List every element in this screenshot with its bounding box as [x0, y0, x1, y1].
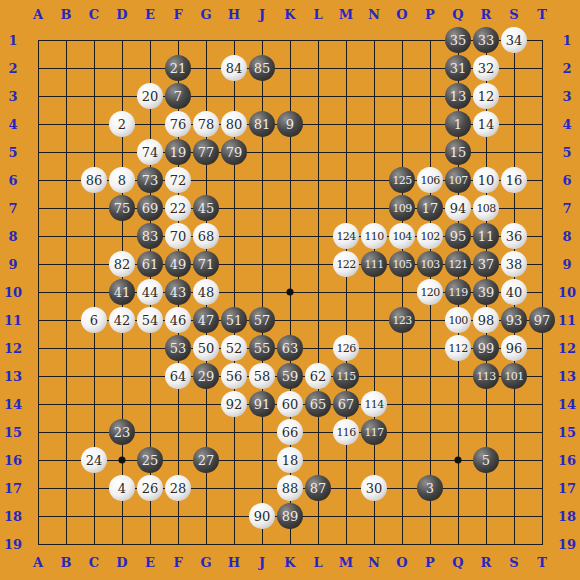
- stone-black-81: 81: [249, 111, 275, 137]
- move-number: 76: [170, 118, 187, 131]
- row-label-left: 12: [4, 342, 22, 355]
- stone-black-73: 73: [137, 167, 163, 193]
- grid-line-vertical: [318, 40, 319, 545]
- move-number: 77: [198, 146, 215, 159]
- move-number: 68: [198, 230, 215, 243]
- move-number: 89: [282, 510, 299, 523]
- grid-line-horizontal: [38, 544, 543, 545]
- move-number: 44: [142, 286, 159, 299]
- move-number: 107: [448, 175, 467, 186]
- star-point-d16: [119, 457, 126, 464]
- column-label-top: E: [145, 8, 155, 21]
- move-number: 6: [90, 314, 98, 327]
- stone-black-21: 21: [165, 55, 191, 81]
- move-number: 20: [142, 90, 159, 103]
- row-label-right: 13: [558, 370, 576, 383]
- move-number: 46: [170, 314, 187, 327]
- column-label-bottom: F: [173, 556, 182, 569]
- column-label-top: N: [368, 8, 380, 21]
- move-number: 86: [86, 174, 103, 187]
- stone-white-86: 86: [81, 167, 107, 193]
- stone-white-120: 120: [417, 279, 443, 305]
- stone-black-67: 67: [333, 391, 359, 417]
- stone-white-90: 90: [249, 503, 275, 529]
- move-number: 94: [450, 202, 467, 215]
- row-label-left: 11: [4, 314, 22, 327]
- column-label-bottom: M: [339, 556, 353, 569]
- column-label-top: M: [339, 8, 353, 21]
- stone-white-56: 56: [221, 363, 247, 389]
- grid-line-vertical: [374, 40, 375, 545]
- move-number: 56: [226, 370, 243, 383]
- stone-black-125: 125: [389, 167, 415, 193]
- move-number: 65: [310, 398, 327, 411]
- move-number: 73: [142, 174, 159, 187]
- stone-white-68: 68: [193, 223, 219, 249]
- column-label-bottom: B: [61, 556, 72, 569]
- stone-black-71: 71: [193, 251, 219, 277]
- row-label-left: 16: [4, 454, 22, 467]
- stone-black-65: 65: [305, 391, 331, 417]
- move-number: 32: [478, 62, 495, 75]
- stone-white-28: 28: [165, 475, 191, 501]
- stone-black-105: 105: [389, 251, 415, 277]
- stone-white-32: 32: [473, 55, 499, 81]
- stone-white-124: 124: [333, 223, 359, 249]
- stone-black-13: 13: [445, 83, 471, 109]
- stone-white-70: 70: [165, 223, 191, 249]
- stone-black-1: 1: [445, 111, 471, 137]
- move-number: 29: [198, 370, 215, 383]
- stone-white-76: 76: [165, 111, 191, 137]
- move-number: 90: [254, 510, 271, 523]
- row-label-left: 4: [8, 118, 17, 131]
- move-number: 96: [506, 342, 523, 355]
- row-label-right: 5: [562, 146, 571, 159]
- stone-black-29: 29: [193, 363, 219, 389]
- move-number: 12: [478, 90, 495, 103]
- column-label-top: O: [396, 8, 407, 21]
- row-label-left: 5: [8, 146, 17, 159]
- move-number: 30: [366, 482, 383, 495]
- row-label-left: 19: [4, 538, 22, 551]
- column-label-top: H: [228, 8, 240, 21]
- stone-black-43: 43: [165, 279, 191, 305]
- stone-black-51: 51: [221, 307, 247, 333]
- move-number: 84: [226, 62, 243, 75]
- column-label-top: C: [89, 8, 99, 21]
- stone-white-30: 30: [361, 475, 387, 501]
- stone-black-117: 117: [361, 419, 387, 445]
- star-point-k10: [287, 289, 294, 296]
- move-number: 95: [450, 230, 467, 243]
- stone-white-46: 46: [165, 307, 191, 333]
- column-label-top: F: [173, 8, 182, 21]
- move-number: 36: [506, 230, 523, 243]
- row-label-left: 14: [4, 398, 22, 411]
- move-number: 38: [506, 258, 523, 271]
- move-number: 31: [450, 62, 467, 75]
- stone-white-60: 60: [277, 391, 303, 417]
- move-number: 14: [478, 118, 495, 131]
- move-number: 60: [282, 398, 299, 411]
- column-label-top: L: [313, 8, 322, 21]
- stone-black-59: 59: [277, 363, 303, 389]
- move-number: 122: [336, 259, 355, 270]
- move-number: 1: [454, 118, 462, 131]
- move-number: 37: [478, 258, 495, 271]
- stone-black-75: 75: [109, 195, 135, 221]
- row-label-left: 9: [8, 258, 17, 271]
- stone-white-8: 8: [109, 167, 135, 193]
- row-label-right: 19: [558, 538, 576, 551]
- move-number: 115: [336, 371, 355, 382]
- move-number: 66: [282, 426, 299, 439]
- move-number: 43: [170, 286, 187, 299]
- column-label-top: S: [509, 8, 518, 21]
- move-number: 75: [114, 202, 131, 215]
- move-number: 47: [198, 314, 215, 327]
- move-number: 109: [392, 203, 411, 214]
- move-number: 79: [226, 146, 243, 159]
- move-number: 10: [478, 174, 495, 187]
- move-number: 91: [254, 398, 271, 411]
- row-label-right: 7: [562, 202, 571, 215]
- move-number: 106: [420, 175, 439, 186]
- stone-white-102: 102: [417, 223, 443, 249]
- stone-white-114: 114: [361, 391, 387, 417]
- stone-white-20: 20: [137, 83, 163, 109]
- move-number: 85: [254, 62, 271, 75]
- move-number: 13: [450, 90, 467, 103]
- stone-white-14: 14: [473, 111, 499, 137]
- move-number: 97: [534, 314, 551, 327]
- row-label-left: 13: [4, 370, 22, 383]
- move-number: 69: [142, 202, 159, 215]
- stone-white-12: 12: [473, 83, 499, 109]
- stone-white-126: 126: [333, 335, 359, 361]
- column-label-bottom: E: [145, 556, 155, 569]
- stone-white-16: 16: [501, 167, 527, 193]
- row-label-right: 10: [558, 286, 576, 299]
- stone-black-19: 19: [165, 139, 191, 165]
- move-number: 17: [422, 202, 439, 215]
- stone-white-6: 6: [81, 307, 107, 333]
- column-label-top: J: [259, 8, 265, 21]
- stone-white-116: 116: [333, 419, 359, 445]
- stone-white-78: 78: [193, 111, 219, 137]
- stone-black-109: 109: [389, 195, 415, 221]
- row-label-right: 6: [562, 174, 571, 187]
- move-number: 88: [282, 482, 299, 495]
- row-label-left: 6: [8, 174, 17, 187]
- row-label-left: 7: [8, 202, 17, 215]
- stone-black-83: 83: [137, 223, 163, 249]
- stone-white-72: 72: [165, 167, 191, 193]
- stone-white-50: 50: [193, 335, 219, 361]
- stone-black-87: 87: [305, 475, 331, 501]
- stone-white-82: 82: [109, 251, 135, 277]
- stone-black-15: 15: [445, 139, 471, 165]
- column-label-bottom: N: [368, 556, 380, 569]
- move-number: 33: [478, 34, 495, 47]
- row-label-right: 16: [558, 454, 576, 467]
- row-label-left: 8: [8, 230, 17, 243]
- move-number: 92: [226, 398, 243, 411]
- stone-white-36: 36: [501, 223, 527, 249]
- row-label-left: 17: [4, 482, 22, 495]
- stone-black-35: 35: [445, 27, 471, 53]
- row-label-right: 12: [558, 342, 576, 355]
- stone-white-22: 22: [165, 195, 191, 221]
- move-number: 110: [364, 231, 383, 242]
- column-label-bottom: H: [228, 556, 240, 569]
- stone-white-62: 62: [305, 363, 331, 389]
- move-number: 63: [282, 342, 299, 355]
- move-number: 58: [254, 370, 271, 383]
- move-number: 26: [142, 482, 159, 495]
- stone-black-113: 113: [473, 363, 499, 389]
- move-number: 87: [310, 482, 327, 495]
- move-number: 70: [170, 230, 187, 243]
- stone-white-94: 94: [445, 195, 471, 221]
- stone-black-23: 23: [109, 419, 135, 445]
- stone-black-55: 55: [249, 335, 275, 361]
- stone-black-85: 85: [249, 55, 275, 81]
- stone-black-123: 123: [389, 307, 415, 333]
- move-number: 28: [170, 482, 187, 495]
- column-label-top: Q: [452, 8, 463, 21]
- row-label-left: 15: [4, 426, 22, 439]
- stone-black-101: 101: [501, 363, 527, 389]
- move-number: 19: [170, 146, 187, 159]
- stone-black-63: 63: [277, 335, 303, 361]
- move-number: 125: [392, 175, 411, 186]
- stone-black-41: 41: [109, 279, 135, 305]
- move-number: 64: [170, 370, 187, 383]
- stone-black-115: 115: [333, 363, 359, 389]
- stone-black-79: 79: [221, 139, 247, 165]
- row-label-left: 1: [8, 34, 17, 47]
- row-label-left: 18: [4, 510, 22, 523]
- stone-white-24: 24: [81, 447, 107, 473]
- grid-line-vertical: [346, 40, 347, 545]
- column-label-top: R: [481, 8, 492, 21]
- move-number: 121: [448, 259, 467, 270]
- stone-white-84: 84: [221, 55, 247, 81]
- move-number: 59: [282, 370, 299, 383]
- stone-black-11: 11: [473, 223, 499, 249]
- move-number: 16: [506, 174, 523, 187]
- move-number: 111: [364, 259, 383, 270]
- move-number: 22: [170, 202, 187, 215]
- move-number: 101: [504, 371, 523, 382]
- stone-white-64: 64: [165, 363, 191, 389]
- column-label-top: B: [61, 8, 72, 21]
- stone-black-91: 91: [249, 391, 275, 417]
- stone-black-121: 121: [445, 251, 471, 277]
- column-label-top: K: [284, 8, 295, 21]
- stone-black-3: 3: [417, 475, 443, 501]
- move-number: 108: [476, 203, 495, 214]
- row-label-right: 8: [562, 230, 571, 243]
- row-label-right: 11: [558, 314, 576, 327]
- stone-white-110: 110: [361, 223, 387, 249]
- move-number: 78: [198, 118, 215, 131]
- move-number: 113: [476, 371, 495, 382]
- stone-black-27: 27: [193, 447, 219, 473]
- move-number: 49: [170, 258, 187, 271]
- move-number: 98: [478, 314, 495, 327]
- stone-black-45: 45: [193, 195, 219, 221]
- move-number: 34: [506, 34, 523, 47]
- move-number: 8: [118, 174, 126, 187]
- grid-line-vertical: [402, 40, 403, 545]
- stone-black-33: 33: [473, 27, 499, 53]
- move-number: 15: [450, 146, 467, 159]
- stone-black-49: 49: [165, 251, 191, 277]
- move-number: 51: [226, 314, 243, 327]
- move-number: 23: [114, 426, 131, 439]
- move-number: 72: [170, 174, 187, 187]
- move-number: 7: [174, 90, 182, 103]
- row-label-right: 1: [562, 34, 571, 47]
- move-number: 116: [336, 427, 355, 438]
- stone-white-40: 40: [501, 279, 527, 305]
- move-number: 103: [420, 259, 439, 270]
- row-label-right: 3: [562, 90, 571, 103]
- stone-white-10: 10: [473, 167, 499, 193]
- stone-white-100: 100: [445, 307, 471, 333]
- stone-black-53: 53: [165, 335, 191, 361]
- move-number: 112: [448, 343, 467, 354]
- move-number: 99: [478, 342, 495, 355]
- move-number: 42: [114, 314, 131, 327]
- move-number: 114: [364, 399, 383, 410]
- go-game-record-view: AABBCCDDEEFFGGHHJJKKLLMMNNOOPPQQRRSSTT11…: [0, 0, 580, 580]
- move-number: 18: [282, 454, 299, 467]
- stone-black-39: 39: [473, 279, 499, 305]
- move-number: 35: [450, 34, 467, 47]
- move-number: 83: [142, 230, 159, 243]
- stone-black-77: 77: [193, 139, 219, 165]
- move-number: 80: [226, 118, 243, 131]
- move-number: 102: [420, 231, 439, 242]
- move-number: 93: [506, 314, 523, 327]
- stone-black-89: 89: [277, 503, 303, 529]
- move-number: 2: [118, 118, 126, 131]
- column-label-bottom: P: [425, 556, 435, 569]
- column-label-top: P: [425, 8, 435, 21]
- row-label-right: 14: [558, 398, 576, 411]
- row-label-right: 9: [562, 258, 571, 271]
- row-label-right: 2: [562, 62, 571, 75]
- column-label-top: G: [200, 8, 211, 21]
- move-number: 48: [198, 286, 215, 299]
- stone-white-66: 66: [277, 419, 303, 445]
- move-number: 41: [114, 286, 131, 299]
- move-number: 62: [310, 370, 327, 383]
- column-label-bottom: T: [537, 556, 547, 569]
- stone-white-42: 42: [109, 307, 135, 333]
- move-number: 25: [142, 454, 159, 467]
- column-label-bottom: D: [116, 556, 127, 569]
- move-number: 5: [482, 454, 490, 467]
- column-label-bottom: K: [284, 556, 295, 569]
- stone-black-57: 57: [249, 307, 275, 333]
- stone-black-7: 7: [165, 83, 191, 109]
- move-number: 21: [170, 62, 187, 75]
- move-number: 27: [198, 454, 215, 467]
- move-number: 40: [506, 286, 523, 299]
- stone-black-47: 47: [193, 307, 219, 333]
- move-number: 50: [198, 342, 215, 355]
- stone-white-122: 122: [333, 251, 359, 277]
- column-label-bottom: J: [259, 556, 265, 569]
- move-number: 104: [392, 231, 411, 242]
- stone-black-99: 99: [473, 335, 499, 361]
- move-number: 67: [338, 398, 355, 411]
- row-label-right: 17: [558, 482, 576, 495]
- stone-white-52: 52: [221, 335, 247, 361]
- column-label-bottom: O: [396, 556, 407, 569]
- stone-white-58: 58: [249, 363, 275, 389]
- move-number: 55: [254, 342, 271, 355]
- stone-white-98: 98: [473, 307, 499, 333]
- stone-white-48: 48: [193, 279, 219, 305]
- move-number: 61: [142, 258, 159, 271]
- row-label-right: 18: [558, 510, 576, 523]
- stone-black-97: 97: [529, 307, 555, 333]
- stone-white-74: 74: [137, 139, 163, 165]
- stone-black-37: 37: [473, 251, 499, 277]
- move-number: 57: [254, 314, 271, 327]
- stone-white-106: 106: [417, 167, 443, 193]
- stone-white-104: 104: [389, 223, 415, 249]
- stone-black-111: 111: [361, 251, 387, 277]
- move-number: 126: [336, 343, 355, 354]
- move-number: 74: [142, 146, 159, 159]
- stone-white-96: 96: [501, 335, 527, 361]
- stone-white-2: 2: [109, 111, 135, 137]
- move-number: 119: [448, 287, 467, 298]
- stone-white-108: 108: [473, 195, 499, 221]
- go-board[interactable]: AABBCCDDEEFFGGHHJJKKLLMMNNOOPPQQRRSSTT11…: [0, 0, 580, 580]
- move-number: 4: [118, 482, 126, 495]
- stone-black-69: 69: [137, 195, 163, 221]
- column-label-bottom: Q: [452, 556, 463, 569]
- stone-black-107: 107: [445, 167, 471, 193]
- stone-black-103: 103: [417, 251, 443, 277]
- stone-white-80: 80: [221, 111, 247, 137]
- row-label-left: 3: [8, 90, 17, 103]
- column-label-top: T: [537, 8, 547, 21]
- row-label-right: 15: [558, 426, 576, 439]
- column-label-bottom: C: [89, 556, 99, 569]
- move-number: 124: [336, 231, 355, 242]
- stone-black-31: 31: [445, 55, 471, 81]
- move-number: 123: [392, 315, 411, 326]
- column-label-top: D: [116, 8, 127, 21]
- stone-white-18: 18: [277, 447, 303, 473]
- move-number: 11: [478, 230, 495, 243]
- move-number: 100: [448, 315, 467, 326]
- move-number: 39: [478, 286, 495, 299]
- move-number: 45: [198, 202, 215, 215]
- move-number: 105: [392, 259, 411, 270]
- row-label-left: 2: [8, 62, 17, 75]
- move-number: 52: [226, 342, 243, 355]
